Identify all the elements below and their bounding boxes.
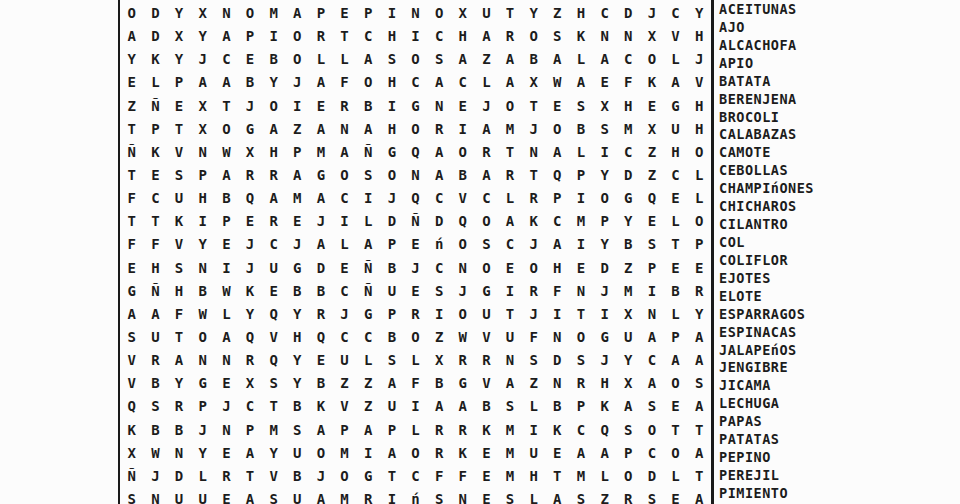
grid-cell: O xyxy=(616,465,640,488)
grid-cell: B xyxy=(167,419,191,442)
grid-cell: V xyxy=(475,372,499,395)
grid-cell: Y xyxy=(191,233,215,256)
grid-cell: N xyxy=(451,257,475,280)
grid-cell: H xyxy=(593,372,617,395)
grid-cell: E xyxy=(664,488,688,504)
grid-cell: E xyxy=(475,488,499,504)
grid-cell: M xyxy=(569,465,593,488)
grid-cell: D xyxy=(616,2,640,25)
grid-cell: A xyxy=(120,25,144,48)
grid-cell: F xyxy=(451,465,475,488)
grid-cell: Y xyxy=(522,2,546,25)
word-list-item: BATATA xyxy=(719,73,814,91)
grid-cell: K xyxy=(569,25,593,48)
grid-cell: L xyxy=(687,187,711,210)
grid-cell: Y xyxy=(616,210,640,233)
grid-cell: B xyxy=(285,395,309,418)
grid-cell: S xyxy=(356,164,380,187)
grid-cell: C xyxy=(451,71,475,94)
grid-cell: Z xyxy=(333,372,357,395)
grid-cell: A xyxy=(640,326,664,349)
grid-cell: B xyxy=(569,118,593,141)
grid-cell: U xyxy=(498,326,522,349)
grid-cell: A xyxy=(687,488,711,504)
grid-cell: C xyxy=(475,187,499,210)
grid-cell: L xyxy=(356,349,380,372)
grid-cell: C xyxy=(404,71,428,94)
grid-cell: E xyxy=(569,257,593,280)
grid-cell: I xyxy=(333,210,357,233)
grid-cell: Y xyxy=(167,2,191,25)
grid-cell: L xyxy=(333,233,357,256)
grid-cell: E xyxy=(167,95,191,118)
word-list-item: PATATAS xyxy=(719,431,814,449)
grid-cell: S xyxy=(262,488,286,504)
grid-cell: X xyxy=(616,372,640,395)
grid-cell: J xyxy=(238,95,262,118)
grid-cell: Y xyxy=(593,233,617,256)
grid-cell: U xyxy=(380,395,404,418)
grid-cell: L xyxy=(569,48,593,71)
grid-cell: I xyxy=(262,25,286,48)
grid-cell: ń xyxy=(427,233,451,256)
grid-cell: E xyxy=(333,257,357,280)
grid-cell: F xyxy=(522,326,546,349)
grid-cell: P xyxy=(616,442,640,465)
grid-cell: A xyxy=(498,372,522,395)
grid-cell: A xyxy=(498,210,522,233)
grid-cell: V xyxy=(167,141,191,164)
word-list: ACEITUNASAJOALCACHOFAAPIOBATATABERENJENA… xyxy=(719,1,814,503)
grid-cell: Q xyxy=(262,303,286,326)
grid-cell: E xyxy=(309,349,333,372)
word-list-item: AJO xyxy=(719,19,814,37)
grid-cell: Z xyxy=(640,164,664,187)
grid-cell: H xyxy=(167,280,191,303)
grid-cell: V xyxy=(120,349,144,372)
grid-cell: V xyxy=(451,187,475,210)
grid-cell: L xyxy=(522,488,546,504)
grid-cell: T xyxy=(238,465,262,488)
word-list-item: PEPINO xyxy=(719,449,814,467)
grid-cell: E xyxy=(333,2,357,25)
grid-cell: G xyxy=(238,118,262,141)
grid-cell: A xyxy=(309,71,333,94)
grid-cell: A xyxy=(427,395,451,418)
grid-cell: O xyxy=(262,95,286,118)
grid-cell: E xyxy=(404,280,428,303)
grid-cell: C xyxy=(356,326,380,349)
grid-cell: I xyxy=(593,141,617,164)
grid-cell: U xyxy=(285,442,309,465)
grid-cell: B xyxy=(380,257,404,280)
grid-cell: O xyxy=(451,233,475,256)
grid-cell: T xyxy=(664,233,688,256)
grid-cell: V xyxy=(475,326,499,349)
grid-cell: N xyxy=(191,257,215,280)
grid-cell: H xyxy=(380,25,404,48)
grid-cell: U xyxy=(262,257,286,280)
grid-cell: K xyxy=(144,141,168,164)
grid-cell: O xyxy=(451,141,475,164)
grid-cell: A xyxy=(309,187,333,210)
grid-cell: T xyxy=(664,419,688,442)
grid-cell: B xyxy=(191,280,215,303)
word-list-item: JENGIBRE xyxy=(719,359,814,377)
grid-cell: G xyxy=(285,257,309,280)
grid-cell: A xyxy=(475,164,499,187)
grid-cell: H xyxy=(380,71,404,94)
grid-cell: J xyxy=(285,71,309,94)
grid-cell: I xyxy=(569,187,593,210)
grid-cell: X xyxy=(167,25,191,48)
grid-cell: S xyxy=(640,233,664,256)
grid-cell: B xyxy=(380,326,404,349)
grid-cell: T xyxy=(687,465,711,488)
grid-cell: O xyxy=(404,48,428,71)
grid-cell: J xyxy=(380,187,404,210)
grid-cell: Y xyxy=(120,48,144,71)
grid-cell: Z xyxy=(475,48,499,71)
grid-cell: Y xyxy=(262,71,286,94)
grid-cell: S xyxy=(427,48,451,71)
grid-cell: C xyxy=(333,326,357,349)
grid-cell: B xyxy=(238,71,262,94)
grid-cell: O xyxy=(427,2,451,25)
grid-cell: Y xyxy=(616,349,640,372)
grid-cell: L xyxy=(664,465,688,488)
grid-cell: S xyxy=(522,349,546,372)
grid-cell: I xyxy=(356,187,380,210)
grid-cell: E xyxy=(215,488,239,504)
grid-cell: J xyxy=(215,395,239,418)
grid-cell: O xyxy=(404,118,428,141)
grid-cell: G xyxy=(309,164,333,187)
grid-cell: E xyxy=(238,210,262,233)
grid-cell: E xyxy=(664,395,688,418)
grid-cell: E xyxy=(285,210,309,233)
grid-cell: A xyxy=(309,488,333,504)
grid-cell: F xyxy=(167,303,191,326)
grid-cell: O xyxy=(664,372,688,395)
grid-cell: H xyxy=(687,25,711,48)
grid-cell: I xyxy=(285,95,309,118)
grid-cell: Ñ xyxy=(120,141,144,164)
grid-cell: P xyxy=(167,71,191,94)
word-list-item: CALABAZAS xyxy=(719,126,814,144)
grid-cell: M xyxy=(309,141,333,164)
grid-cell: T xyxy=(215,95,239,118)
word-list-item: COL xyxy=(719,234,814,252)
grid-cell: T xyxy=(498,2,522,25)
grid-cell: E xyxy=(593,71,617,94)
grid-cell: R xyxy=(262,164,286,187)
grid-cell: P xyxy=(191,164,215,187)
grid-cell: C xyxy=(640,442,664,465)
grid-cell: I xyxy=(404,395,428,418)
grid-cell: K xyxy=(309,395,333,418)
grid-cell: P xyxy=(333,419,357,442)
grid-cell: U xyxy=(616,326,640,349)
grid-cell: N xyxy=(191,141,215,164)
grid-cell: A xyxy=(356,118,380,141)
grid-cell: C xyxy=(144,187,168,210)
grid-cell: E xyxy=(144,164,168,187)
grid-cell: M xyxy=(285,187,309,210)
grid-cell: M xyxy=(333,488,357,504)
grid-cell: K xyxy=(451,442,475,465)
grid-cell: A xyxy=(687,395,711,418)
grid-cell: X xyxy=(238,372,262,395)
grid-cell: B xyxy=(285,465,309,488)
grid-cell: M xyxy=(616,118,640,141)
grid-cell: O xyxy=(522,257,546,280)
grid-cell: A xyxy=(356,48,380,71)
grid-cell: I xyxy=(404,25,428,48)
grid-cell: R xyxy=(475,141,499,164)
grid-cell: R xyxy=(569,372,593,395)
grid-cell: X xyxy=(593,95,617,118)
grid-cell: J xyxy=(593,280,617,303)
grid-cell: A xyxy=(475,118,499,141)
grid-cell: Z xyxy=(546,2,570,25)
grid-cell: Y xyxy=(593,164,617,187)
grid-cell: W xyxy=(144,442,168,465)
grid-cell: E xyxy=(664,187,688,210)
grid-cell: T xyxy=(569,303,593,326)
grid-cell: L xyxy=(664,210,688,233)
grid-cell: C xyxy=(664,2,688,25)
grid-cell: G xyxy=(191,372,215,395)
grid-cell: H xyxy=(664,141,688,164)
grid-cell: Z xyxy=(356,395,380,418)
grid-cell: P xyxy=(238,25,262,48)
grid-cell: I xyxy=(593,303,617,326)
grid-cell: Q xyxy=(404,141,428,164)
grid-cell: I xyxy=(451,118,475,141)
grid-cell: H xyxy=(451,25,475,48)
grid-cell: P xyxy=(687,233,711,256)
grid-cell: U xyxy=(522,442,546,465)
grid-cell: P xyxy=(356,2,380,25)
grid-cell: T xyxy=(380,465,404,488)
grid-cell: O xyxy=(451,303,475,326)
grid-cell: M xyxy=(498,465,522,488)
grid-cell: O xyxy=(285,48,309,71)
word-list-item: CHAMPIńONES xyxy=(719,180,814,198)
grid-cell: O xyxy=(640,48,664,71)
grid-cell: J xyxy=(238,257,262,280)
grid-cell: P xyxy=(640,257,664,280)
grid-cell: N xyxy=(404,164,428,187)
grid-cell: A xyxy=(664,349,688,372)
grid-cell: I xyxy=(522,419,546,442)
grid-cell: A xyxy=(498,48,522,71)
word-search-page: ODYXNOMAPEPINOXUTYZHCDJCYADXYAPIORTCHICH… xyxy=(0,0,960,504)
word-list-item: BERENJENA xyxy=(719,91,814,109)
grid-cell: E xyxy=(215,372,239,395)
grid-cell: L xyxy=(215,303,239,326)
grid-cell: H xyxy=(285,326,309,349)
grid-cell: N xyxy=(522,141,546,164)
grid-cell: L xyxy=(404,349,428,372)
grid-cell: O xyxy=(475,210,499,233)
grid-cell: J xyxy=(285,233,309,256)
grid-cell: N xyxy=(144,488,168,504)
grid-cell: S xyxy=(380,349,404,372)
grid-cell: W xyxy=(215,280,239,303)
grid-cell: S xyxy=(498,395,522,418)
grid-cell: Q xyxy=(404,187,428,210)
grid-cell: M xyxy=(569,210,593,233)
grid-cell: A xyxy=(285,164,309,187)
grid-cell: B xyxy=(451,164,475,187)
grid-cell: F xyxy=(120,233,144,256)
grid-cell: U xyxy=(191,488,215,504)
grid-cell: X xyxy=(616,303,640,326)
grid-cell: P xyxy=(309,2,333,25)
grid-cell: N xyxy=(546,372,570,395)
grid-cell: I xyxy=(546,303,570,326)
grid-cell: U xyxy=(333,349,357,372)
grid-cell: R xyxy=(522,187,546,210)
grid-cell: R xyxy=(404,303,428,326)
grid-cell: I xyxy=(191,210,215,233)
grid-cell: M xyxy=(616,280,640,303)
grid-cell: A xyxy=(309,419,333,442)
grid-cell: W xyxy=(451,326,475,349)
grid-cell: U xyxy=(475,303,499,326)
grid-cell: R xyxy=(687,280,711,303)
grid-cell: E xyxy=(546,95,570,118)
grid-cell: H xyxy=(569,2,593,25)
grid-cell: Q xyxy=(238,326,262,349)
grid-cell: I xyxy=(498,280,522,303)
grid-cell: P xyxy=(380,303,404,326)
grid-cell: Z xyxy=(616,257,640,280)
grid-cell: T xyxy=(120,118,144,141)
grid-cell: I xyxy=(356,442,380,465)
grid-cell: S xyxy=(569,95,593,118)
grid-cell: N xyxy=(427,95,451,118)
grid-cell: A xyxy=(687,442,711,465)
grid-cell: R xyxy=(427,419,451,442)
grid-cell: E xyxy=(238,48,262,71)
grid-cell: J xyxy=(522,233,546,256)
grid-cell: N xyxy=(569,280,593,303)
word-list-item: CILANTRO xyxy=(719,216,814,234)
grid-cell: G xyxy=(356,465,380,488)
word-list-item: ACEITUNAS xyxy=(719,1,814,19)
grid-cell: F xyxy=(333,71,357,94)
grid-cell: K xyxy=(475,419,499,442)
grid-cell: Z xyxy=(593,488,617,504)
grid-cell: Z xyxy=(640,141,664,164)
grid-cell: A xyxy=(262,187,286,210)
grid-cell: J xyxy=(191,419,215,442)
grid-cell: C xyxy=(498,233,522,256)
grid-cell: A xyxy=(569,71,593,94)
grid-cell: X xyxy=(451,2,475,25)
word-list-item: CHICHAROS xyxy=(719,198,814,216)
letter-grid-board: ODYXNOMAPEPINOXUTYZHCDJCYADXYAPIORTCHICH… xyxy=(118,0,714,504)
grid-cell: N xyxy=(333,118,357,141)
grid-cell: A xyxy=(427,71,451,94)
grid-cell: H xyxy=(191,187,215,210)
grid-cell: X xyxy=(427,349,451,372)
grid-cell: Z xyxy=(285,118,309,141)
grid-cell: Q xyxy=(546,164,570,187)
grid-cell: O xyxy=(569,326,593,349)
word-list-item: CEBOLLAS xyxy=(719,162,814,180)
word-list-item: ALCACHOFA xyxy=(719,37,814,55)
grid-cell: O xyxy=(215,118,239,141)
grid-cell: T xyxy=(144,210,168,233)
grid-cell: L xyxy=(475,71,499,94)
grid-cell: L xyxy=(356,210,380,233)
word-list-item: CAMOTE xyxy=(719,144,814,162)
grid-cell: C xyxy=(262,233,286,256)
grid-cell: Q xyxy=(262,349,286,372)
grid-cell: A xyxy=(215,25,239,48)
grid-cell: W xyxy=(191,303,215,326)
grid-cell: P xyxy=(593,210,617,233)
grid-cell: D xyxy=(427,210,451,233)
grid-cell: O xyxy=(380,164,404,187)
grid-cell: E xyxy=(215,442,239,465)
grid-cell: F xyxy=(616,71,640,94)
grid-cell: L xyxy=(522,395,546,418)
grid-cell: D xyxy=(380,210,404,233)
grid-cell: X xyxy=(238,141,262,164)
grid-cell: E xyxy=(451,95,475,118)
grid-cell: S xyxy=(144,395,168,418)
grid-cell: A xyxy=(593,48,617,71)
grid-cell: Z xyxy=(522,372,546,395)
grid-cell: A xyxy=(427,164,451,187)
grid-cell: D xyxy=(144,25,168,48)
grid-cell: O xyxy=(640,419,664,442)
grid-cell: C xyxy=(404,465,428,488)
grid-cell: H xyxy=(144,257,168,280)
grid-cell: S xyxy=(285,419,309,442)
grid-cell: D xyxy=(309,257,333,280)
word-list-item: JALAPEńOS xyxy=(719,342,814,360)
grid-cell: A xyxy=(475,25,499,48)
grid-cell: O xyxy=(404,326,428,349)
grid-cell: X xyxy=(191,2,215,25)
word-list-item: JICAMA xyxy=(719,377,814,395)
grid-cell: C xyxy=(333,280,357,303)
grid-cell: Z xyxy=(356,372,380,395)
grid-cell: D xyxy=(546,349,570,372)
grid-cell: J xyxy=(238,233,262,256)
grid-cell: I xyxy=(215,257,239,280)
grid-cell: A xyxy=(593,442,617,465)
grid-cell: R xyxy=(522,280,546,303)
grid-cell: O xyxy=(475,257,499,280)
grid-cell: W xyxy=(546,71,570,94)
grid-cell: R xyxy=(616,488,640,504)
grid-cell: S xyxy=(427,488,451,504)
grid-cell: I xyxy=(569,233,593,256)
grid-cell: L xyxy=(498,187,522,210)
grid-cell: A xyxy=(285,2,309,25)
grid-cell: A xyxy=(569,442,593,465)
grid-cell: Y xyxy=(285,349,309,372)
grid-cell: R xyxy=(451,349,475,372)
grid-cell: G xyxy=(616,187,640,210)
